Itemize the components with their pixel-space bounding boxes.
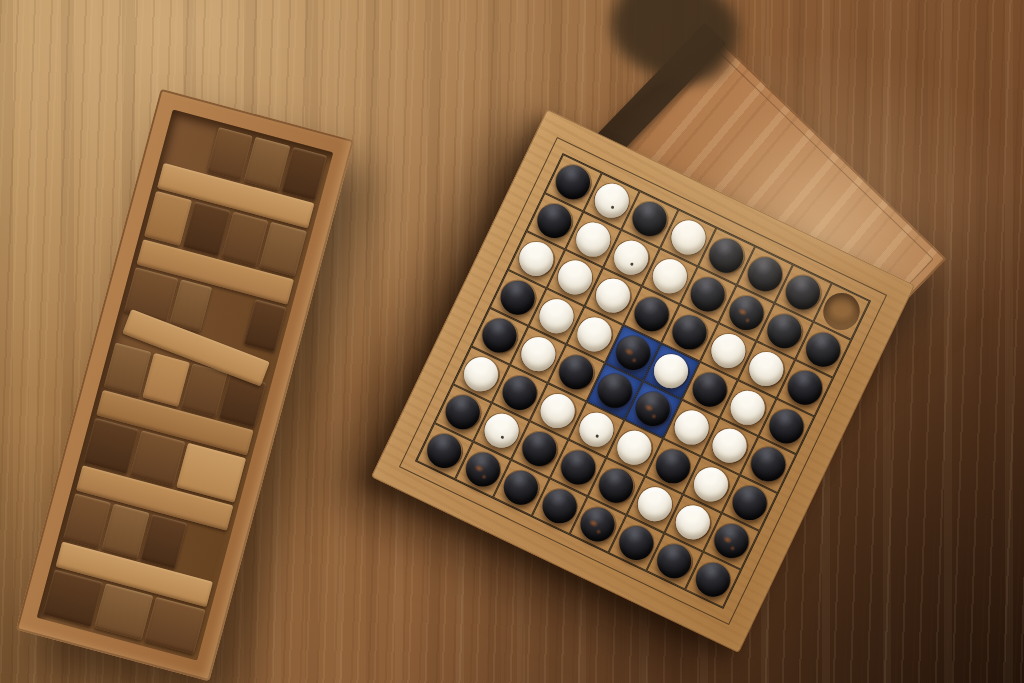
wood-block — [43, 569, 103, 627]
tray-gap — [178, 525, 225, 579]
wood-block — [83, 418, 138, 474]
wood-block — [130, 430, 185, 486]
wood-block — [94, 583, 154, 641]
wood-block — [144, 596, 205, 654]
black-disc[interactable] — [690, 557, 735, 602]
wood-block — [281, 147, 327, 201]
photo-scene — [0, 0, 1024, 683]
wood-block — [259, 222, 306, 276]
